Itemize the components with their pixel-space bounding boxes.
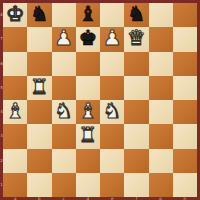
square-a3[interactable] bbox=[3, 124, 27, 148]
square-c1[interactable] bbox=[52, 173, 76, 197]
file-label-f: f bbox=[124, 197, 148, 200]
square-e8[interactable] bbox=[100, 3, 124, 27]
square-g1[interactable] bbox=[149, 173, 173, 197]
file-label-d: d bbox=[76, 197, 100, 200]
square-h8[interactable] bbox=[173, 3, 197, 27]
square-f2[interactable] bbox=[124, 149, 148, 173]
square-a2[interactable] bbox=[3, 149, 27, 173]
square-e1[interactable] bbox=[100, 173, 124, 197]
square-e5[interactable] bbox=[100, 76, 124, 100]
square-e6[interactable] bbox=[100, 52, 124, 76]
piece-white-rook-b5[interactable]: ♜ bbox=[30, 76, 49, 99]
square-a5[interactable] bbox=[3, 76, 27, 100]
square-f3[interactable] bbox=[124, 124, 148, 148]
square-g3[interactable] bbox=[149, 124, 173, 148]
square-b4[interactable] bbox=[27, 100, 51, 124]
square-e3[interactable] bbox=[100, 124, 124, 148]
board-grid: ♚♞♝♞♟♚♟♛♜♝♞♝♞♜ bbox=[3, 3, 197, 197]
square-d3[interactable]: ♜ bbox=[76, 124, 100, 148]
piece-white-rook-d3[interactable]: ♜ bbox=[78, 124, 97, 147]
square-h1[interactable] bbox=[173, 173, 197, 197]
rank-label-8: 8 bbox=[0, 3, 3, 27]
square-b6[interactable] bbox=[27, 52, 51, 76]
square-f5[interactable] bbox=[124, 76, 148, 100]
square-a7[interactable] bbox=[3, 27, 27, 51]
piece-black-king-d7[interactable]: ♚ bbox=[78, 27, 97, 50]
square-c4[interactable]: ♞ bbox=[52, 100, 76, 124]
square-f1[interactable] bbox=[124, 173, 148, 197]
square-d7[interactable]: ♚ bbox=[76, 27, 100, 51]
square-h4[interactable] bbox=[173, 100, 197, 124]
square-g5[interactable] bbox=[149, 76, 173, 100]
square-c8[interactable] bbox=[52, 3, 76, 27]
square-c7[interactable]: ♟ bbox=[52, 27, 76, 51]
square-f6[interactable] bbox=[124, 52, 148, 76]
file-label-a: a bbox=[3, 197, 27, 200]
square-g7[interactable] bbox=[149, 27, 173, 51]
piece-white-pawn-c7[interactable]: ♟ bbox=[54, 27, 73, 50]
file-label-b: b bbox=[27, 197, 51, 200]
piece-white-king-a8[interactable]: ♚ bbox=[6, 3, 25, 26]
square-h5[interactable] bbox=[173, 76, 197, 100]
square-h2[interactable] bbox=[173, 149, 197, 173]
chess-board: ♚♞♝♞♟♚♟♛♜♝♞♝♞♜ 87654321 abcdefgh bbox=[0, 0, 200, 200]
rank-label-2: 2 bbox=[0, 149, 3, 173]
square-d8[interactable]: ♝ bbox=[76, 3, 100, 27]
rank-coordinates: 87654321 bbox=[0, 3, 3, 197]
file-label-e: e bbox=[100, 197, 124, 200]
piece-white-pawn-e7[interactable]: ♟ bbox=[103, 27, 122, 50]
piece-black-knight-f8[interactable]: ♞ bbox=[127, 3, 146, 26]
square-g4[interactable] bbox=[149, 100, 173, 124]
file-label-g: g bbox=[149, 197, 173, 200]
rank-label-5: 5 bbox=[0, 76, 3, 100]
square-g2[interactable] bbox=[149, 149, 173, 173]
square-d2[interactable] bbox=[76, 149, 100, 173]
square-g6[interactable] bbox=[149, 52, 173, 76]
square-g8[interactable] bbox=[149, 3, 173, 27]
square-c5[interactable] bbox=[52, 76, 76, 100]
square-c3[interactable] bbox=[52, 124, 76, 148]
square-e7[interactable]: ♟ bbox=[100, 27, 124, 51]
square-a1[interactable] bbox=[3, 173, 27, 197]
square-e4[interactable]: ♞ bbox=[100, 100, 124, 124]
rank-label-3: 3 bbox=[0, 124, 3, 148]
square-b7[interactable] bbox=[27, 27, 51, 51]
square-a4[interactable]: ♝ bbox=[3, 100, 27, 124]
square-d6[interactable] bbox=[76, 52, 100, 76]
square-f4[interactable] bbox=[124, 100, 148, 124]
square-h6[interactable] bbox=[173, 52, 197, 76]
square-c2[interactable] bbox=[52, 149, 76, 173]
rank-label-4: 4 bbox=[0, 100, 3, 124]
square-h7[interactable] bbox=[173, 27, 197, 51]
piece-white-queen-f7[interactable]: ♛ bbox=[127, 27, 146, 50]
rank-label-7: 7 bbox=[0, 27, 3, 51]
square-a8[interactable]: ♚ bbox=[3, 3, 27, 27]
piece-black-bishop-d8[interactable]: ♝ bbox=[78, 3, 97, 26]
piece-white-bishop-a4[interactable]: ♝ bbox=[6, 100, 25, 123]
rank-label-1: 1 bbox=[0, 173, 3, 197]
square-f7[interactable]: ♛ bbox=[124, 27, 148, 51]
file-label-c: c bbox=[52, 197, 76, 200]
square-b3[interactable] bbox=[27, 124, 51, 148]
piece-black-knight-b8[interactable]: ♞ bbox=[30, 3, 49, 26]
square-h3[interactable] bbox=[173, 124, 197, 148]
piece-white-knight-e4[interactable]: ♞ bbox=[103, 100, 122, 123]
square-f8[interactable]: ♞ bbox=[124, 3, 148, 27]
file-label-h: h bbox=[173, 197, 197, 200]
square-c6[interactable] bbox=[52, 52, 76, 76]
square-b8[interactable]: ♞ bbox=[27, 3, 51, 27]
square-b1[interactable] bbox=[27, 173, 51, 197]
square-e2[interactable] bbox=[100, 149, 124, 173]
square-d1[interactable] bbox=[76, 173, 100, 197]
piece-white-knight-c4[interactable]: ♞ bbox=[54, 100, 73, 123]
piece-white-bishop-d4[interactable]: ♝ bbox=[78, 100, 97, 123]
file-coordinates: abcdefgh bbox=[3, 197, 197, 200]
square-b2[interactable] bbox=[27, 149, 51, 173]
rank-label-6: 6 bbox=[0, 52, 3, 76]
square-a6[interactable] bbox=[3, 52, 27, 76]
square-d4[interactable]: ♝ bbox=[76, 100, 100, 124]
square-b5[interactable]: ♜ bbox=[27, 76, 51, 100]
square-d5[interactable] bbox=[76, 76, 100, 100]
